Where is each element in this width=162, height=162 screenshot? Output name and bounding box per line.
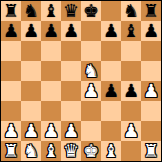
square-g2[interactable]: ♟ <box>121 121 141 141</box>
black-pawn[interactable]: ♟ <box>3 21 19 41</box>
square-b4[interactable] <box>21 81 41 101</box>
square-a8[interactable]: ♜ <box>1 1 21 21</box>
square-g3[interactable] <box>121 101 141 121</box>
chess-board: ♜♞♝♛♚♞♜♟♟♟♟♟♝♟♞♟♟♟♟♟♟♟♟♟♜♞♝♛♚♝♜ <box>0 0 162 162</box>
square-h7[interactable]: ♟ <box>141 21 161 41</box>
white-pawn[interactable]: ♟ <box>123 121 139 141</box>
square-e5[interactable]: ♞ <box>81 61 101 81</box>
square-c8[interactable]: ♝ <box>41 1 61 21</box>
white-knight[interactable]: ♞ <box>23 141 39 161</box>
square-a4[interactable] <box>1 81 21 101</box>
square-b6[interactable] <box>21 41 41 61</box>
square-d6[interactable] <box>61 41 81 61</box>
square-c5[interactable] <box>41 61 61 81</box>
black-pawn[interactable]: ♟ <box>103 81 119 101</box>
square-g6[interactable] <box>121 41 141 61</box>
black-knight[interactable]: ♞ <box>23 1 39 21</box>
black-knight[interactable]: ♞ <box>123 1 139 21</box>
square-d4[interactable] <box>61 81 81 101</box>
square-a7[interactable]: ♟ <box>1 21 21 41</box>
square-d8[interactable]: ♛ <box>61 1 81 21</box>
black-pawn[interactable]: ♟ <box>43 21 59 41</box>
white-knight[interactable]: ♞ <box>83 61 99 81</box>
black-bishop[interactable]: ♝ <box>43 1 59 21</box>
square-a6[interactable] <box>1 41 21 61</box>
square-b8[interactable]: ♞ <box>21 1 41 21</box>
square-f3[interactable] <box>101 101 121 121</box>
square-e8[interactable]: ♚ <box>81 1 101 21</box>
square-g4[interactable]: ♟ <box>121 81 141 101</box>
square-h2[interactable] <box>141 121 161 141</box>
white-queen[interactable]: ♛ <box>63 141 79 161</box>
square-c4[interactable] <box>41 81 61 101</box>
square-f8[interactable] <box>101 1 121 21</box>
square-h1[interactable]: ♜ <box>141 141 161 161</box>
square-c2[interactable]: ♟ <box>41 121 61 141</box>
white-bishop[interactable]: ♝ <box>43 141 59 161</box>
square-b3[interactable] <box>21 101 41 121</box>
white-pawn[interactable]: ♟ <box>23 121 39 141</box>
square-h5[interactable] <box>141 61 161 81</box>
square-c1[interactable]: ♝ <box>41 141 61 161</box>
square-d2[interactable]: ♟ <box>61 121 81 141</box>
square-a3[interactable] <box>1 101 21 121</box>
white-pawn[interactable]: ♟ <box>3 121 19 141</box>
square-e6[interactable] <box>81 41 101 61</box>
square-f4[interactable]: ♟ <box>101 81 121 101</box>
square-c6[interactable] <box>41 41 61 61</box>
square-a1[interactable]: ♜ <box>1 141 21 161</box>
black-pawn[interactable]: ♟ <box>103 21 119 41</box>
square-a2[interactable]: ♟ <box>1 121 21 141</box>
square-h6[interactable] <box>141 41 161 61</box>
square-d7[interactable]: ♟ <box>61 21 81 41</box>
square-h8[interactable]: ♜ <box>141 1 161 21</box>
black-pawn[interactable]: ♟ <box>123 81 139 101</box>
white-king[interactable]: ♚ <box>83 141 99 161</box>
square-h3[interactable] <box>141 101 161 121</box>
white-bishop[interactable]: ♝ <box>103 141 119 161</box>
square-e3[interactable] <box>81 101 101 121</box>
square-h4[interactable]: ♟ <box>141 81 161 101</box>
white-pawn[interactable]: ♟ <box>143 81 159 101</box>
black-rook[interactable]: ♜ <box>3 1 19 21</box>
square-f6[interactable] <box>101 41 121 61</box>
square-a5[interactable] <box>1 61 21 81</box>
black-pawn[interactable]: ♟ <box>143 21 159 41</box>
black-pawn[interactable]: ♟ <box>23 21 39 41</box>
square-b2[interactable]: ♟ <box>21 121 41 141</box>
white-pawn[interactable]: ♟ <box>63 121 79 141</box>
square-f5[interactable] <box>101 61 121 81</box>
square-b1[interactable]: ♞ <box>21 141 41 161</box>
black-king[interactable]: ♚ <box>83 1 99 21</box>
black-bishop[interactable]: ♝ <box>123 21 139 41</box>
square-c7[interactable]: ♟ <box>41 21 61 41</box>
square-g5[interactable] <box>121 61 141 81</box>
square-d3[interactable] <box>61 101 81 121</box>
square-c3[interactable] <box>41 101 61 121</box>
white-pawn[interactable]: ♟ <box>43 121 59 141</box>
square-f7[interactable]: ♟ <box>101 21 121 41</box>
square-g1[interactable] <box>121 141 141 161</box>
square-f2[interactable] <box>101 121 121 141</box>
square-d1[interactable]: ♛ <box>61 141 81 161</box>
white-rook[interactable]: ♜ <box>143 141 159 161</box>
black-queen[interactable]: ♛ <box>63 1 79 21</box>
white-pawn[interactable]: ♟ <box>83 81 99 101</box>
square-e2[interactable] <box>81 121 101 141</box>
square-g8[interactable]: ♞ <box>121 1 141 21</box>
square-b5[interactable] <box>21 61 41 81</box>
black-pawn[interactable]: ♟ <box>63 21 79 41</box>
square-g7[interactable]: ♝ <box>121 21 141 41</box>
square-e7[interactable] <box>81 21 101 41</box>
square-f1[interactable]: ♝ <box>101 141 121 161</box>
square-e4[interactable]: ♟ <box>81 81 101 101</box>
square-d5[interactable] <box>61 61 81 81</box>
black-rook[interactable]: ♜ <box>143 1 159 21</box>
square-b7[interactable]: ♟ <box>21 21 41 41</box>
square-e1[interactable]: ♚ <box>81 141 101 161</box>
white-rook[interactable]: ♜ <box>3 141 19 161</box>
